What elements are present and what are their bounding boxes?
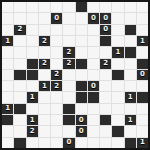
cell-r8c10[interactable]: 1 — [125, 92, 136, 102]
cell-r12c2[interactable] — [27, 138, 38, 148]
cell-r11c7[interactable] — [88, 126, 99, 136]
cell-r0c1[interactable] — [14, 2, 25, 12]
cell-r7c2[interactable] — [27, 81, 38, 91]
cell-r9c9[interactable] — [112, 104, 123, 114]
cell-r11c2[interactable]: 2 — [27, 126, 38, 136]
cell-r12c5[interactable]: 0 — [63, 138, 74, 148]
cell-r9c4[interactable] — [51, 104, 62, 114]
cell-r12c0[interactable] — [2, 138, 13, 148]
cell-r1c1[interactable] — [14, 13, 25, 23]
cell-r1c11[interactable] — [137, 13, 148, 23]
cell-r7c8[interactable] — [100, 81, 111, 91]
cell-r7c9[interactable] — [112, 81, 123, 91]
cell-r11c9[interactable] — [112, 126, 123, 136]
cell-r3c9[interactable] — [112, 36, 123, 46]
cell-r2c6[interactable] — [76, 25, 87, 35]
cell-r9c1[interactable] — [14, 104, 25, 114]
cell-r0c2[interactable] — [27, 2, 38, 12]
cell-r1c6[interactable] — [76, 13, 87, 23]
puzzle-board-frame: 0002012121222201201111012001 — [0, 0, 150, 150]
cell-r4c1[interactable] — [14, 47, 25, 57]
cell-r12c9[interactable] — [112, 138, 123, 148]
cell-r2c5[interactable] — [63, 25, 74, 35]
cell-r12c11[interactable]: 1 — [137, 138, 148, 148]
cell-r4c3[interactable] — [39, 47, 50, 57]
cell-r5c4[interactable] — [51, 59, 62, 69]
cell-r8c1[interactable] — [14, 92, 25, 102]
cell-r9c3[interactable] — [39, 104, 50, 114]
cell-r6c8[interactable] — [100, 70, 111, 80]
cell-r9c10[interactable] — [125, 104, 136, 114]
cell-r7c4[interactable]: 2 — [51, 81, 62, 91]
cell-r6c9[interactable] — [112, 70, 123, 80]
cell-r0c3[interactable] — [39, 2, 50, 12]
cell-r2c11[interactable] — [137, 25, 148, 35]
cell-r10c5[interactable] — [63, 115, 74, 125]
cell-r1c2[interactable] — [27, 13, 38, 23]
cell-r4c5[interactable]: 2 — [63, 47, 74, 57]
cell-r11c11[interactable] — [137, 126, 148, 136]
cell-r9c8[interactable] — [100, 104, 111, 114]
cell-r4c6[interactable] — [76, 47, 87, 57]
cell-r10c8[interactable] — [100, 115, 111, 125]
cell-r9c0[interactable]: 1 — [2, 104, 13, 114]
cell-r1c5[interactable] — [63, 13, 74, 23]
cell-r7c7[interactable]: 0 — [88, 81, 99, 91]
cell-r3c11[interactable]: 1 — [137, 36, 148, 46]
cell-r10c9[interactable] — [112, 115, 123, 125]
cell-r4c8[interactable] — [100, 47, 111, 57]
cell-r5c1[interactable] — [14, 59, 25, 69]
cell-r5c8[interactable]: 2 — [100, 59, 111, 69]
cell-r0c0[interactable] — [2, 2, 13, 12]
cell-r12c1[interactable] — [14, 138, 25, 148]
cell-r1c10[interactable] — [125, 13, 136, 23]
cell-r6c2[interactable] — [27, 70, 38, 80]
cell-r0c5[interactable] — [63, 2, 74, 12]
cell-r5c10[interactable] — [125, 59, 136, 69]
cell-r12c7[interactable] — [88, 138, 99, 148]
cell-r6c4[interactable]: 2 — [51, 70, 62, 80]
cell-r3c10[interactable] — [125, 36, 136, 46]
cell-r0c8[interactable] — [100, 2, 111, 12]
cell-r11c10[interactable] — [125, 126, 136, 136]
cell-r5c5[interactable]: 2 — [63, 59, 74, 69]
cell-r6c5[interactable] — [63, 70, 74, 80]
cell-r6c11[interactable]: 0 — [137, 70, 148, 80]
cell-r6c3[interactable] — [39, 70, 50, 80]
cell-r1c9[interactable] — [112, 13, 123, 23]
cell-r0c11[interactable] — [137, 2, 148, 12]
cell-r10c7[interactable] — [88, 115, 99, 125]
cell-r11c8[interactable] — [100, 126, 111, 136]
cell-r4c9[interactable]: 1 — [112, 47, 123, 57]
cell-r3c4[interactable] — [51, 36, 62, 46]
cell-r11c5[interactable] — [63, 126, 74, 136]
cell-r6c6[interactable] — [76, 70, 87, 80]
cell-r7c6[interactable] — [76, 81, 87, 91]
cell-r3c7[interactable] — [88, 36, 99, 46]
cell-r10c3[interactable] — [39, 115, 50, 125]
cell-r1c0[interactable] — [2, 13, 13, 23]
cell-r8c0[interactable] — [2, 92, 13, 102]
cell-r3c6[interactable] — [76, 36, 87, 46]
cell-r5c0[interactable] — [2, 59, 13, 69]
cell-r8c8[interactable] — [100, 92, 111, 102]
cell-r11c0[interactable] — [2, 126, 13, 136]
cell-r0c10[interactable] — [125, 2, 136, 12]
cell-r2c9[interactable] — [112, 25, 123, 35]
cell-r3c8[interactable] — [100, 36, 111, 46]
cell-r9c5[interactable] — [63, 104, 74, 114]
cell-r5c7[interactable] — [88, 59, 99, 69]
cell-r8c7[interactable] — [88, 92, 99, 102]
cell-r10c6[interactable]: 0 — [76, 115, 87, 125]
cell-r5c11[interactable] — [137, 59, 148, 69]
cell-r6c10[interactable] — [125, 70, 136, 80]
cell-r9c2[interactable] — [27, 104, 38, 114]
cell-r1c7[interactable]: 0 — [88, 13, 99, 23]
cell-r12c3[interactable] — [39, 138, 50, 148]
cell-r2c0[interactable] — [2, 25, 13, 35]
cell-r10c0[interactable] — [2, 115, 13, 125]
cell-r5c3[interactable]: 2 — [39, 59, 50, 69]
cell-r3c1[interactable] — [14, 36, 25, 46]
cell-r8c6[interactable] — [76, 92, 87, 102]
cell-r0c6[interactable] — [76, 2, 87, 12]
cell-r1c8[interactable]: 0 — [100, 13, 111, 23]
cell-r9c11[interactable] — [137, 104, 148, 114]
cell-r7c3[interactable]: 1 — [39, 81, 50, 91]
cell-r7c5[interactable] — [63, 81, 74, 91]
cell-r8c4[interactable] — [51, 92, 62, 102]
cell-r3c2[interactable] — [27, 36, 38, 46]
cell-r4c4[interactable] — [51, 47, 62, 57]
cell-r5c2[interactable] — [27, 59, 38, 69]
cell-r12c4[interactable] — [51, 138, 62, 148]
cell-r11c4[interactable] — [51, 126, 62, 136]
cell-r0c9[interactable] — [112, 2, 123, 12]
cell-r10c11[interactable] — [137, 115, 148, 125]
cell-r11c1[interactable] — [14, 126, 25, 136]
cell-r4c7[interactable] — [88, 47, 99, 57]
cell-r11c3[interactable] — [39, 126, 50, 136]
cell-r3c0[interactable]: 1 — [2, 36, 13, 46]
cell-r12c8[interactable] — [100, 138, 111, 148]
cell-r4c0[interactable] — [2, 47, 13, 57]
cell-r8c11[interactable] — [137, 92, 148, 102]
cell-r8c9[interactable] — [112, 92, 123, 102]
cell-r6c1[interactable] — [14, 70, 25, 80]
cell-r4c2[interactable] — [27, 47, 38, 57]
cell-r2c3[interactable] — [39, 25, 50, 35]
puzzle-grid: 0002012121222201201111012001 — [2, 2, 148, 148]
cell-r2c10[interactable] — [125, 25, 136, 35]
cell-r12c6[interactable] — [76, 138, 87, 148]
cell-r3c3[interactable]: 2 — [39, 36, 50, 46]
cell-r7c11[interactable] — [137, 81, 148, 91]
cell-r2c8[interactable]: 0 — [100, 25, 111, 35]
cell-r7c0[interactable] — [2, 81, 13, 91]
cell-r5c6[interactable] — [76, 59, 87, 69]
cell-r1c4[interactable]: 0 — [51, 13, 62, 23]
cell-r4c10[interactable] — [125, 47, 136, 57]
cell-r9c6[interactable] — [76, 104, 87, 114]
cell-r3c5[interactable] — [63, 36, 74, 46]
cell-r4c11[interactable] — [137, 47, 148, 57]
cell-r7c1[interactable] — [14, 81, 25, 91]
cell-r0c4[interactable] — [51, 2, 62, 12]
cell-r10c2[interactable]: 1 — [27, 115, 38, 125]
cell-r10c10[interactable]: 1 — [125, 115, 136, 125]
cell-r10c4[interactable] — [51, 115, 62, 125]
cell-r2c7[interactable] — [88, 25, 99, 35]
cell-r11c6[interactable]: 0 — [76, 126, 87, 136]
cell-r6c0[interactable] — [2, 70, 13, 80]
cell-r6c7[interactable] — [88, 70, 99, 80]
cell-r5c9[interactable] — [112, 59, 123, 69]
cell-r8c5[interactable] — [63, 92, 74, 102]
cell-r1c3[interactable] — [39, 13, 50, 23]
cell-r0c7[interactable] — [88, 2, 99, 12]
cell-r12c10[interactable] — [125, 138, 136, 148]
cell-r2c2[interactable] — [27, 25, 38, 35]
cell-r9c7[interactable] — [88, 104, 99, 114]
cell-r2c1[interactable]: 2 — [14, 25, 25, 35]
cell-r10c1[interactable] — [14, 115, 25, 125]
cell-r8c3[interactable] — [39, 92, 50, 102]
cell-r8c2[interactable]: 1 — [27, 92, 38, 102]
cell-r7c10[interactable] — [125, 81, 136, 91]
cell-r2c4[interactable] — [51, 25, 62, 35]
